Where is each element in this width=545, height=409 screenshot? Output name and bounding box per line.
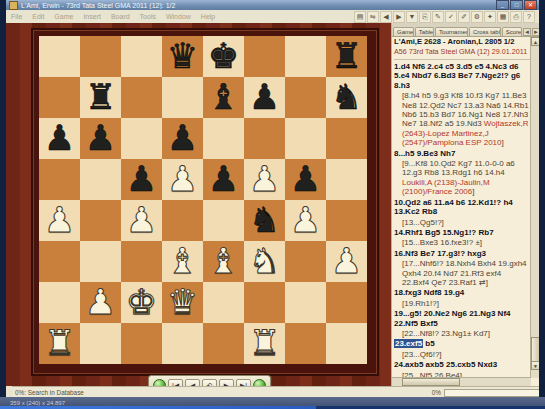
square-c7[interactable] (121, 77, 162, 118)
menu-help[interactable]: Help (196, 13, 220, 20)
move-text[interactable]: ] (501, 138, 503, 147)
white-pawn-a4[interactable]: ♟ (39, 200, 80, 241)
tab-game[interactable]: Game (393, 27, 414, 36)
move-text[interactable]: 10.Qd2 a6 11.a4 b6 12.Kd1!? h4 13.Kc2 Rb… (394, 198, 513, 216)
square-h2[interactable] (326, 282, 367, 323)
white-pawn-c4[interactable]: ♟ (121, 200, 162, 241)
move-text[interactable]: 18.fxg3 Ndf8 19.g4 (394, 288, 464, 297)
black-rook-b7[interactable]: ♜ (80, 77, 121, 118)
variation-line[interactable]: [23...Qf6!?] (402, 350, 530, 359)
move-text[interactable]: [9...Kf8 10.Qd2 Kg7 11.0-0-0 a6 12.g3 Rb… (402, 159, 515, 177)
menu-board[interactable]: Board (106, 13, 135, 20)
square-f8[interactable] (244, 36, 285, 77)
chess-board: ♛♚♜♜♝♟♞♟♟♟♟♟♟♟♟♟♟♞♟♝♝♞♟♟♚♛♜♜ (39, 36, 367, 364)
toolbar: ▤⇋◀▶▼⎘✎✓✐⚙✦▦⎙? (354, 10, 535, 23)
pencil-icon[interactable]: ✐ (458, 11, 470, 23)
help-icon[interactable]: ? (523, 11, 535, 23)
square-a1[interactable]: ♜ (39, 323, 80, 364)
square-d7[interactable] (162, 77, 203, 118)
square-c4[interactable]: ♟ (121, 200, 162, 241)
players-result: L'Ami,E 2628 - Aronian,L 2805 1/2 (394, 37, 530, 46)
black-rook-h8[interactable]: ♜ (326, 36, 367, 77)
left-frame-edge (0, 0, 6, 397)
square-d8[interactable]: ♛ (162, 36, 203, 77)
square-g1[interactable] (285, 323, 326, 364)
variation-line[interactable]: [19.Rh1!?] (402, 299, 530, 308)
white-bishop-d3[interactable]: ♝ (162, 241, 203, 282)
square-g4[interactable]: ♟ (285, 200, 326, 241)
reference-game[interactable]: Loukili,A (2138)-Jaulin,M (2100)/France … (402, 178, 490, 196)
square-c2[interactable]: ♚ (121, 282, 162, 323)
square-g6[interactable] (285, 118, 326, 159)
training-icon[interactable]: ✦ (484, 11, 496, 23)
screenshot-stage: L'Ami, Erwin - 73rd Tata Steel GMA 2011 … (0, 0, 545, 409)
move-text[interactable]: [17...Nhf6!? 18.Nxh4 Bxh4 19.gxh4 Qxh4 2… (402, 259, 527, 287)
previous-game-icon[interactable]: ◀ (380, 11, 392, 23)
annotate-icon[interactable]: ✎ (432, 11, 444, 23)
square-h1[interactable] (326, 323, 367, 364)
black-knight-f4[interactable]: ♞ (244, 200, 285, 241)
move-text[interactable]: [13...Qg5!?] (402, 218, 444, 227)
square-a2[interactable] (39, 282, 80, 323)
engine-icon[interactable]: ⚙ (471, 11, 483, 23)
square-f5[interactable]: ♟ (244, 159, 285, 200)
square-g3[interactable] (285, 241, 326, 282)
board-pane: ♛♚♜♜♝♟♞♟♟♟♟♟♟♟♟♟♟♞♟♝♝♞♟♟♚♛♜♜ |◀◀↶▶▶| (6, 23, 391, 386)
square-c5[interactable]: ♟ (121, 159, 162, 200)
black-pawn-g5[interactable]: ♟ (285, 159, 326, 200)
mainline-moves[interactable]: 8...h5 9.Be3 Nh7 (394, 149, 530, 158)
move-text[interactable]: [22...Nf8!? 23.Ng1± Kd7] (402, 329, 490, 338)
panel-tabs: GameTableTournamentCross tableScore◄► (392, 23, 540, 37)
black-pawn-e5[interactable]: ♟ (203, 159, 244, 200)
move-text[interactable]: 1.d4 Nf6 2.c4 c5 3.d5 e5 4.Nc3 d6 5.e4 N… (394, 62, 520, 90)
square-d6[interactable]: ♟ (162, 118, 203, 159)
status-progress: 0% (432, 389, 541, 397)
menu-window[interactable]: Window (161, 13, 196, 20)
move-text[interactable]: 8...h5 9.Be3 Nh7 (394, 149, 455, 158)
square-d4[interactable] (162, 200, 203, 241)
black-pawn-d6[interactable]: ♟ (162, 118, 203, 159)
square-a5[interactable] (39, 159, 80, 200)
new-board-icon[interactable]: ▤ (354, 11, 366, 23)
black-pawn-f7[interactable]: ♟ (244, 77, 285, 118)
square-h5[interactable] (326, 159, 367, 200)
mainline-moves[interactable]: 23.exf5 b5 (394, 339, 530, 348)
square-b6[interactable]: ♟ (80, 118, 121, 159)
square-e2[interactable] (203, 282, 244, 323)
tab-tournament[interactable]: Tournament (435, 27, 468, 36)
square-g7[interactable] (285, 77, 326, 118)
black-pawn-a6[interactable]: ♟ (39, 118, 80, 159)
white-pawn-h3[interactable]: ♟ (326, 241, 367, 282)
square-h7[interactable]: ♞ (326, 77, 367, 118)
white-rook-a1[interactable]: ♜ (39, 323, 80, 364)
mainline-moves[interactable]: 14.Rhf1 Bg5 15.Ng1!? Rb7 (394, 228, 530, 237)
tab-table[interactable]: Table (415, 27, 434, 36)
square-f3[interactable]: ♞ (244, 241, 285, 282)
move-notation[interactable]: 1.d4 Nf6 2.c4 c5 3.d5 e5 4.Nc3 d6 5.e4 N… (394, 59, 530, 387)
variation-line[interactable]: [15...Bxe3 16.fxe3!? ±] (402, 238, 530, 247)
black-pawn-c5[interactable]: ♟ (121, 159, 162, 200)
square-a7[interactable] (39, 77, 80, 118)
video-player-bar[interactable]: 359 x (240) x 24.897 (0, 397, 545, 409)
right-frame-edge (539, 0, 545, 397)
variation-line[interactable]: [9...Kf8 10.Qd2 Kg7 11.0-0-0 a6 12.g3 Rb… (402, 159, 530, 197)
check-move-icon[interactable]: ✓ (445, 11, 457, 23)
move-text[interactable]: 24.axb5 axb5 25.cxb5 Nxd3 (394, 360, 497, 369)
square-h3[interactable]: ♟ (326, 241, 367, 282)
variation-line[interactable]: [17...Nhf6!? 18.Nxh4 Bxh4 19.gxh4 Qxh4 2… (402, 259, 530, 287)
white-pawn-f5[interactable]: ♟ (244, 159, 285, 200)
white-knight-f3[interactable]: ♞ (244, 241, 285, 282)
square-b3[interactable] (80, 241, 121, 282)
save-icon[interactable]: ▼ (406, 11, 418, 23)
black-king-e8[interactable]: ♚ (203, 36, 244, 77)
square-f1[interactable]: ♜ (244, 323, 285, 364)
current-move[interactable]: 23.exf5 (394, 339, 423, 348)
move-text[interactable]: [15...Bxe3 16.fxe3!? ±] (402, 238, 482, 247)
tab-scroll-left-icon[interactable]: ◄ (523, 28, 531, 36)
white-pawn-g4[interactable]: ♟ (285, 200, 326, 241)
database-icon[interactable]: ▦ (497, 11, 509, 23)
move-text[interactable]: ] (472, 187, 474, 196)
move-text[interactable]: [23...Qf6!?] (402, 350, 442, 359)
mainline-moves[interactable]: 1.d4 Nf6 2.c4 c5 3.d5 e5 4.Nc3 d6 5.e4 N… (394, 62, 530, 90)
white-pawn-b2[interactable]: ♟ (80, 282, 121, 323)
move-text[interactable]: 19...g5! 20.Ne2 Ng6 21.Ng3 Nf4 22.Nf5 Bx… (394, 309, 511, 327)
mainline-moves[interactable]: 18.fxg3 Ndf8 19.g4 (394, 288, 530, 297)
menu-edit[interactable]: Edit (27, 13, 49, 20)
white-rook-f1[interactable]: ♜ (244, 323, 285, 364)
print-icon[interactable]: ⎙ (510, 11, 522, 23)
square-e6[interactable] (203, 118, 244, 159)
square-b2[interactable]: ♟ (80, 282, 121, 323)
square-h6[interactable] (326, 118, 367, 159)
next-game-icon[interactable]: ▶ (393, 11, 405, 23)
tab-cross-table[interactable]: Cross table (469, 27, 501, 36)
menu-tools[interactable]: Tools (135, 13, 161, 20)
square-b1[interactable] (80, 323, 121, 364)
square-d3[interactable]: ♝ (162, 241, 203, 282)
mainline-moves[interactable]: 19...g5! 20.Ne2 Ng6 21.Ng3 Nf4 22.Nf5 Bx… (394, 309, 530, 328)
square-h4[interactable] (326, 200, 367, 241)
hscrollbar-thumb[interactable] (402, 378, 460, 386)
notation-panel: GameTableTournamentCross tableScore◄► L'… (391, 23, 540, 386)
tab-score[interactable]: Score (502, 27, 522, 36)
square-c1[interactable] (121, 323, 162, 364)
square-a3[interactable] (39, 241, 80, 282)
square-d5[interactable]: ♟ (162, 159, 203, 200)
window-title: L'Ami, Erwin - 73rd Tata Steel GMA 2011 … (21, 2, 496, 9)
square-a8[interactable] (39, 36, 80, 77)
variation-line[interactable]: [13...Qg5!?] (402, 218, 530, 227)
square-d1[interactable] (162, 323, 203, 364)
square-c3[interactable] (121, 241, 162, 282)
black-queen-d8[interactable]: ♛ (162, 36, 203, 77)
game-header: L'Ami,E 2628 - Aronian,L 2805 1/2 A56 73… (394, 37, 530, 56)
board-frame: ♛♚♜♜♝♟♞♟♟♟♟♟♟♟♟♟♟♞♟♝♝♞♟♟♚♛♜♜ (31, 28, 379, 376)
window-controls: _ □ ✕ (496, 0, 537, 10)
white-king-c2[interactable]: ♚ (121, 282, 162, 323)
move-text[interactable]: b5 (423, 339, 435, 348)
progress-label: 0% (432, 389, 441, 396)
square-g8[interactable] (285, 36, 326, 77)
close-button[interactable]: ✕ (524, 0, 537, 10)
square-b8[interactable] (80, 36, 121, 77)
square-g5[interactable]: ♟ (285, 159, 326, 200)
menu-game[interactable]: Game (49, 13, 78, 20)
app-icon (9, 1, 18, 10)
square-f2[interactable] (244, 282, 285, 323)
variation-line[interactable]: [22...Nf8!? 23.Ng1± Kd7] (402, 329, 530, 338)
square-g2[interactable] (285, 282, 326, 323)
copy-icon[interactable]: ⎘ (419, 11, 431, 23)
status-text: 0%: Search in Database (15, 389, 84, 396)
square-h8[interactable]: ♜ (326, 36, 367, 77)
square-b4[interactable] (80, 200, 121, 241)
chessbase-window: L'Ami, Erwin - 73rd Tata Steel GMA 2011 … (6, 0, 539, 397)
square-f6[interactable] (244, 118, 285, 159)
square-f4[interactable]: ♞ (244, 200, 285, 241)
flip-board-icon[interactable]: ⇋ (367, 11, 379, 23)
black-knight-h7[interactable]: ♞ (326, 77, 367, 118)
white-pawn-d5[interactable]: ♟ (162, 159, 203, 200)
mainline-moves[interactable]: 16.Nf3 Be7 17.g3!? hxg3 (394, 249, 530, 258)
minimize-button[interactable]: _ (496, 0, 509, 10)
title-bar: L'Ami, Erwin - 73rd Tata Steel GMA 2011 … (6, 0, 539, 10)
square-b7[interactable]: ♜ (80, 77, 121, 118)
black-pawn-b6[interactable]: ♟ (80, 118, 121, 159)
mainline-moves[interactable]: 10.Qd2 a6 11.a4 b6 12.Kd1!? h4 13.Kc2 Rb… (394, 198, 530, 217)
menu-file[interactable]: File (6, 13, 27, 20)
white-bishop-e3[interactable]: ♝ (203, 241, 244, 282)
square-e5[interactable]: ♟ (203, 159, 244, 200)
square-a4[interactable]: ♟ (39, 200, 80, 241)
square-e8[interactable]: ♚ (203, 36, 244, 77)
square-c6[interactable] (121, 118, 162, 159)
move-text[interactable]: 14.Rhf1 Bg5 15.Ng1!? Rb7 (394, 228, 494, 237)
progress-track (444, 389, 541, 397)
square-c8[interactable] (121, 36, 162, 77)
maximize-button[interactable]: □ (510, 0, 523, 10)
white-queen-d2[interactable]: ♛ (162, 282, 203, 323)
eco-event-date: A56 73rd Tata Steel GMA (12) 29.01.2011 (394, 47, 530, 56)
square-a6[interactable]: ♟ (39, 118, 80, 159)
horizontal-scrollbar[interactable] (392, 377, 531, 386)
move-text[interactable]: [19.Rh1!?] (402, 299, 439, 308)
square-e7[interactable]: ♝ (203, 77, 244, 118)
menu-insert[interactable]: Insert (78, 13, 106, 20)
variation-line[interactable]: [8.h4 h5 9.g3 Kf8 10.f3 Kg7 11.Be3 Ne8 1… (402, 91, 530, 147)
mainline-moves[interactable]: 24.axb5 axb5 25.cxb5 Nxd3 (394, 360, 530, 369)
move-text[interactable]: 16.Nf3 Be7 17.g3!? hxg3 (394, 249, 486, 258)
square-e3[interactable]: ♝ (203, 241, 244, 282)
square-b5[interactable] (80, 159, 121, 200)
black-bishop-e7[interactable]: ♝ (203, 77, 244, 118)
square-f7[interactable]: ♟ (244, 77, 285, 118)
square-e4[interactable] (203, 200, 244, 241)
square-d2[interactable]: ♛ (162, 282, 203, 323)
square-e1[interactable] (203, 323, 244, 364)
